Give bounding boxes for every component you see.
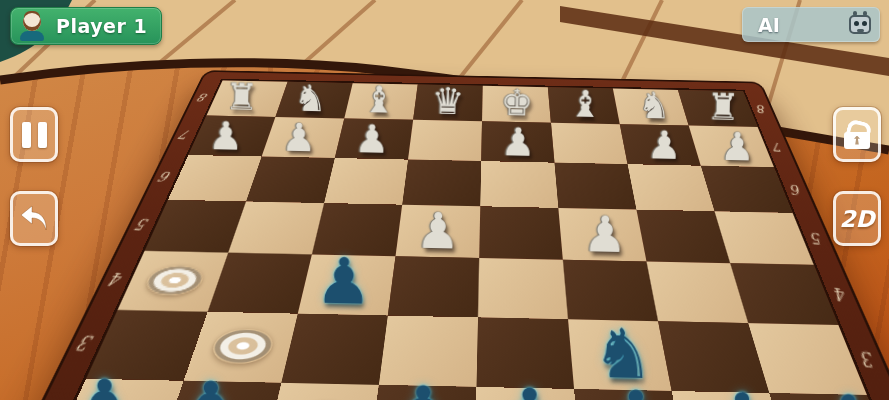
player1-badge: Player 1	[10, 7, 162, 45]
piece-blue-pawn-a2[interactable]: ♟	[63, 369, 145, 400]
square-e7[interactable]: ♟	[481, 121, 554, 162]
square-a2[interactable]: ♟	[49, 379, 184, 400]
pause-button[interactable]	[10, 107, 58, 162]
move-hint-ring-a4[interactable]	[141, 265, 207, 297]
piece-silver-bishop-f8[interactable]: ♝	[569, 86, 603, 123]
robot-icon	[846, 11, 874, 39]
lock-button[interactable]	[833, 107, 881, 162]
piece-silver-pawn-a7[interactable]: ♟	[208, 116, 244, 156]
chess-board: 87654321 87654321 ♜♞♝♛♚♝♞♜♟♟♟♟♟♟♟♟♟♞♟♟♟♟…	[0, 70, 889, 400]
square-c3[interactable]	[281, 314, 388, 385]
square-e5[interactable]	[479, 206, 563, 259]
piece-silver-pawn-b7[interactable]: ♟	[281, 117, 317, 157]
view-2d-button[interactable]: 2D	[833, 191, 881, 246]
square-b5[interactable]	[228, 201, 324, 254]
square-b6[interactable]	[246, 157, 335, 203]
piece-silver-pawn-g7[interactable]: ♟	[647, 125, 683, 165]
square-d5[interactable]: ♟	[396, 205, 481, 258]
ai-badge: AI	[742, 7, 880, 42]
undo-button[interactable]	[10, 191, 58, 246]
piece-blue-pawn-e2[interactable]: ♟	[488, 378, 570, 400]
square-e8[interactable]: ♚	[482, 86, 551, 123]
square-d2[interactable]: ♟	[368, 385, 476, 400]
square-d4[interactable]	[388, 256, 479, 317]
square-e6[interactable]	[480, 161, 558, 208]
player-avatar-icon	[17, 11, 47, 41]
piece-blue-pawn-f2[interactable]: ♟	[594, 380, 676, 400]
view-2d-label: 2D	[839, 206, 874, 232]
board-rail: 87654321 87654321 ♜♞♝♛♚♝♞♜♟♟♟♟♟♟♟♟♟♞♟♟♟♟…	[0, 70, 889, 400]
piece-silver-knight-b8[interactable]: ♞	[294, 80, 328, 117]
piece-silver-pawn-d5[interactable]: ♟	[415, 206, 461, 257]
square-b2[interactable]: ♟	[155, 381, 281, 400]
piece-blue-pawn-b2[interactable]: ♟	[169, 371, 251, 400]
square-d8[interactable]: ♛	[413, 85, 483, 122]
ai-label: AI	[758, 14, 780, 36]
square-f7[interactable]	[551, 123, 628, 164]
piece-blue-pawn-d2[interactable]: ♟	[381, 376, 463, 400]
square-f5[interactable]: ♟	[558, 208, 646, 261]
square-c2[interactable]	[262, 383, 379, 400]
piece-silver-pawn-e7[interactable]: ♟	[500, 122, 536, 162]
piece-silver-pawn-h7[interactable]: ♟	[720, 126, 756, 166]
piece-silver-king-e8[interactable]: ♚	[500, 84, 534, 121]
unlock-icon	[844, 121, 870, 149]
piece-silver-bishop-c8[interactable]: ♝	[362, 81, 396, 118]
move-hint-ring-b3[interactable]	[208, 328, 277, 365]
piece-blue-pawn-g2[interactable]: ♟	[700, 382, 782, 400]
square-g2[interactable]: ♟	[672, 391, 795, 400]
piece-blue-pawn-h2[interactable]: ♟	[807, 385, 889, 400]
square-c7[interactable]: ♟	[335, 118, 413, 159]
square-e2[interactable]: ♟	[475, 387, 581, 400]
piece-silver-pawn-c7[interactable]: ♟	[354, 119, 390, 159]
square-e4[interactable]	[478, 258, 568, 319]
piece-blue-pawn-c4[interactable]: ♟	[315, 249, 373, 313]
square-f2[interactable]: ♟	[574, 389, 688, 400]
square-d7[interactable]	[408, 120, 482, 161]
square-b7[interactable]: ♟	[262, 117, 345, 158]
piece-silver-rook-h8[interactable]: ♜	[706, 89, 740, 126]
square-h2[interactable]: ♟	[769, 393, 889, 400]
square-g8[interactable]: ♞	[613, 89, 689, 126]
piece-silver-rook-a8[interactable]: ♜	[225, 79, 259, 116]
piece-silver-pawn-f5[interactable]: ♟	[582, 209, 628, 260]
undo-arrow-icon	[18, 204, 50, 234]
piece-silver-queen-d8[interactable]: ♛	[431, 83, 465, 120]
square-f4[interactable]	[563, 260, 658, 322]
square-h8[interactable]: ♜	[678, 90, 758, 127]
square-d6[interactable]	[402, 160, 481, 207]
pause-icon	[22, 122, 47, 148]
piece-silver-knight-g8[interactable]: ♞	[638, 87, 672, 124]
square-f6[interactable]	[554, 163, 636, 210]
square-g7[interactable]: ♟	[620, 124, 701, 166]
square-f8[interactable]: ♝	[548, 87, 620, 124]
square-c4[interactable]: ♟	[298, 254, 396, 315]
square-c6[interactable]	[324, 158, 408, 205]
player1-label: Player 1	[56, 15, 147, 37]
